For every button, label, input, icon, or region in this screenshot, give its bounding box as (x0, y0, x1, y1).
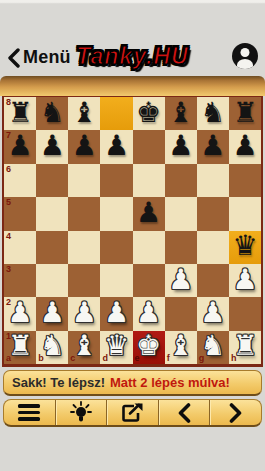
square-e3[interactable] (133, 264, 165, 297)
status-check-text: Sakk! Te lépsz! (12, 375, 105, 390)
square-f5[interactable] (165, 197, 197, 230)
square-h7[interactable]: ♟ (229, 130, 261, 163)
piece-white-rook[interactable]: ♜ (8, 332, 33, 360)
square-h2[interactable] (229, 297, 261, 330)
square-c5[interactable] (68, 197, 100, 230)
square-c3[interactable] (68, 264, 100, 297)
piece-white-pawn[interactable]: ♟ (200, 299, 225, 327)
piece-white-pawn[interactable]: ♟ (8, 299, 33, 327)
square-c1[interactable]: c♝ (68, 331, 100, 364)
square-d2[interactable]: ♟ (100, 297, 132, 330)
piece-white-bishop[interactable]: ♝ (72, 332, 97, 360)
square-d8[interactable] (100, 97, 132, 130)
piece-black-pawn[interactable]: ♟ (72, 132, 97, 160)
rank-label-6: 6 (6, 165, 11, 174)
piece-white-pawn[interactable]: ♟ (168, 266, 193, 294)
square-h3[interactable]: ♟ (229, 264, 261, 297)
square-b7[interactable]: ♟ (36, 130, 68, 163)
app-logo: Tanky.HU (0, 43, 265, 70)
square-c8[interactable]: ♝ (68, 97, 100, 130)
app-screen: Menü Tanky.HU 8♜♞♝♚♝♞♜7♟♟♟♟♟♟♟65♟4♛3♟♟2♟… (0, 0, 265, 471)
square-g3[interactable] (197, 264, 229, 297)
square-d1[interactable]: d♛ (100, 331, 132, 364)
square-b5[interactable] (36, 197, 68, 230)
previous-move-button[interactable] (158, 400, 210, 425)
square-a8[interactable]: 8♜ (4, 97, 36, 130)
square-a3[interactable]: 3 (4, 264, 36, 297)
piece-black-pawn[interactable]: ♟ (200, 132, 225, 160)
square-c4[interactable] (68, 231, 100, 264)
share-button[interactable] (106, 400, 158, 425)
square-d7[interactable]: ♟ (100, 130, 132, 163)
square-c2[interactable]: ♟ (68, 297, 100, 330)
square-g1[interactable]: g♞ (197, 331, 229, 364)
piece-black-bishop[interactable]: ♝ (72, 99, 97, 127)
square-d3[interactable] (100, 264, 132, 297)
square-c7[interactable]: ♟ (68, 130, 100, 163)
square-b4[interactable] (36, 231, 68, 264)
account-icon-head (241, 48, 250, 57)
square-h6[interactable] (229, 164, 261, 197)
square-g7[interactable]: ♟ (197, 130, 229, 163)
piece-black-knight[interactable]: ♞ (200, 99, 225, 127)
piece-black-pawn[interactable]: ♟ (136, 199, 161, 227)
piece-white-rook[interactable]: ♜ (232, 332, 257, 360)
piece-black-knight[interactable]: ♞ (40, 99, 65, 127)
square-b1[interactable]: b♞ (36, 331, 68, 364)
square-f2[interactable] (165, 297, 197, 330)
square-b8[interactable]: ♞ (36, 97, 68, 130)
piece-black-king[interactable]: ♚ (136, 99, 161, 127)
square-h5[interactable] (229, 197, 261, 230)
square-g8[interactable]: ♞ (197, 97, 229, 130)
square-f3[interactable]: ♟ (165, 264, 197, 297)
square-h4[interactable]: ♛ (229, 231, 261, 264)
piece-black-pawn[interactable]: ♟ (232, 132, 257, 160)
square-f7[interactable]: ♟ (165, 130, 197, 163)
piece-white-king[interactable]: ♚ (136, 332, 161, 360)
board-top-trim (0, 76, 265, 96)
toolbar (3, 399, 262, 427)
piece-white-bishop[interactable]: ♝ (168, 332, 193, 360)
rank-label-5: 5 (6, 198, 11, 207)
piece-white-pawn[interactable]: ♟ (232, 266, 257, 294)
piece-black-rook[interactable]: ♜ (232, 99, 257, 127)
square-a7[interactable]: 7♟ (4, 130, 36, 163)
piece-black-pawn[interactable]: ♟ (40, 132, 65, 160)
square-d6[interactable] (100, 164, 132, 197)
square-e7[interactable] (133, 130, 165, 163)
header: Menü Tanky.HU (0, 0, 265, 76)
square-g6[interactable] (197, 164, 229, 197)
square-a4[interactable]: 4 (4, 231, 36, 264)
square-a5[interactable]: 5 (4, 197, 36, 230)
lightbulb-icon (69, 401, 93, 425)
piece-black-pawn[interactable]: ♟ (168, 132, 193, 160)
next-move-button[interactable] (209, 400, 261, 425)
square-b3[interactable] (36, 264, 68, 297)
square-a2[interactable]: 2♟ (4, 297, 36, 330)
square-b6[interactable] (36, 164, 68, 197)
rank-label-3: 3 (6, 265, 11, 274)
piece-white-pawn[interactable]: ♟ (136, 299, 161, 327)
square-f6[interactable] (165, 164, 197, 197)
square-e6[interactable] (133, 164, 165, 197)
piece-white-queen[interactable]: ♛ (104, 332, 129, 360)
square-g4[interactable] (197, 231, 229, 264)
square-d4[interactable] (100, 231, 132, 264)
piece-white-knight[interactable]: ♞ (40, 332, 65, 360)
square-d5[interactable] (100, 197, 132, 230)
account-icon-shoulders (237, 59, 253, 69)
board-frame: 8♜♞♝♚♝♞♜7♟♟♟♟♟♟♟65♟4♛3♟♟2♟♟♟♟♟♟1a♜b♞c♝d♛… (2, 96, 263, 367)
square-e2[interactable]: ♟ (133, 297, 165, 330)
share-icon (120, 402, 144, 424)
piece-black-pawn[interactable]: ♟ (8, 132, 33, 160)
square-e4[interactable] (133, 231, 165, 264)
square-a1[interactable]: 1a♜ (4, 331, 36, 364)
square-g2[interactable]: ♟ (197, 297, 229, 330)
chevron-right-icon (229, 403, 243, 423)
piece-white-pawn[interactable]: ♟ (104, 299, 129, 327)
square-e8[interactable]: ♚ (133, 97, 165, 130)
account-icon[interactable] (232, 43, 258, 69)
status-bar: Sakk! Te lépsz! Matt 2 lépés múlva! (3, 370, 262, 396)
hint-button[interactable] (55, 400, 107, 425)
piece-black-pawn[interactable]: ♟ (104, 132, 129, 160)
piece-black-queen[interactable]: ♛ (232, 232, 257, 260)
square-b2[interactable]: ♟ (36, 297, 68, 330)
rank-label-4: 4 (6, 232, 11, 241)
menu-button[interactable] (4, 400, 55, 425)
piece-white-pawn[interactable]: ♟ (40, 299, 65, 327)
square-h1[interactable]: h♜ (229, 331, 261, 364)
square-h8[interactable]: ♜ (229, 97, 261, 130)
hamburger-icon (18, 404, 40, 421)
square-e1[interactable]: e♚ (133, 331, 165, 364)
square-g5[interactable] (197, 197, 229, 230)
square-f4[interactable] (165, 231, 197, 264)
square-a6[interactable]: 6 (4, 164, 36, 197)
status-mate-text: Matt 2 lépés múlva! (110, 375, 230, 390)
piece-white-pawn[interactable]: ♟ (72, 299, 97, 327)
square-e5[interactable]: ♟ (133, 197, 165, 230)
piece-black-rook[interactable]: ♜ (8, 99, 33, 127)
square-f8[interactable]: ♝ (165, 97, 197, 130)
chess-board: 8♜♞♝♚♝♞♜7♟♟♟♟♟♟♟65♟4♛3♟♟2♟♟♟♟♟♟1a♜b♞c♝d♛… (4, 97, 261, 364)
square-f1[interactable]: f♝ (165, 331, 197, 364)
piece-white-knight[interactable]: ♞ (200, 332, 225, 360)
square-c6[interactable] (68, 164, 100, 197)
chevron-left-icon (177, 403, 191, 423)
piece-black-bishop[interactable]: ♝ (168, 99, 193, 127)
